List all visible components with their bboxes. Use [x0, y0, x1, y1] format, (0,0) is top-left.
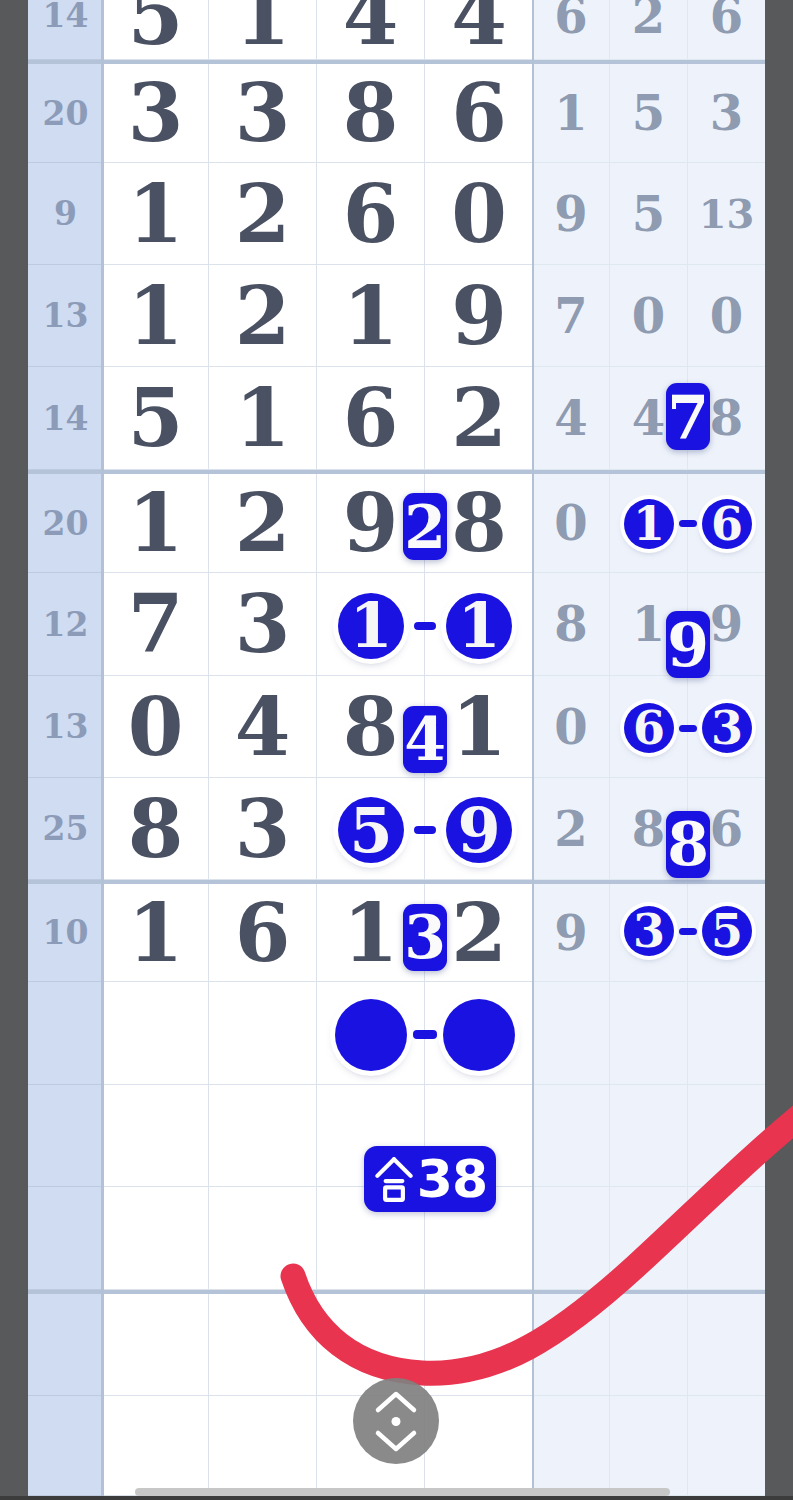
row-label	[28, 1294, 103, 1396]
cell-right	[533, 1085, 610, 1187]
highlight-connector	[413, 1030, 437, 1039]
cell-right	[533, 982, 610, 1085]
row-label: 12	[28, 573, 103, 676]
highlight-connector	[414, 826, 436, 834]
cell-main	[103, 1396, 209, 1496]
highlight-square: 4	[403, 706, 447, 773]
cell-right	[610, 982, 688, 1085]
row-label: 9	[28, 163, 103, 265]
cell-right: 2	[610, 0, 688, 60]
section-divider	[532, 0, 535, 1496]
cell-right	[610, 1187, 688, 1290]
row-label: 20	[28, 474, 103, 573]
highlight-circle: 1	[338, 593, 404, 659]
cell-right: 0	[610, 265, 688, 367]
cell-main: 6	[317, 163, 425, 265]
horizontal-scrollbar-thumb[interactable]	[135, 1488, 670, 1496]
cell-right	[688, 1396, 765, 1496]
cell-main	[209, 982, 317, 1085]
row-label	[28, 982, 103, 1085]
cell-right: 4	[533, 367, 610, 470]
cell-main: 7	[103, 573, 209, 676]
highlight-connector	[679, 725, 697, 732]
highlight-circle: 6	[702, 499, 752, 549]
cell-main	[103, 1085, 209, 1187]
right-dark-strip	[765, 0, 793, 1500]
cell-main: 3	[209, 778, 317, 880]
cell-main: 8	[103, 778, 209, 880]
cell-right: 0	[533, 474, 610, 573]
group-divider	[28, 60, 765, 64]
row-label: 13	[28, 265, 103, 367]
cell-right: 7	[533, 265, 610, 367]
cell-main: 1	[209, 367, 317, 470]
highlight-dot	[335, 999, 407, 1071]
cell-right: 0	[533, 676, 610, 778]
cell-main: 8	[317, 64, 425, 163]
cell-right	[688, 1085, 765, 1187]
cell-main	[425, 1396, 533, 1496]
lottery-chart-screen: 1451446262033861539126095131312197001451…	[0, 0, 793, 1500]
cell-main: 0	[425, 163, 533, 265]
cell-right	[610, 1294, 688, 1396]
highlight-circle: 5	[338, 797, 404, 863]
cell-main	[209, 1294, 317, 1396]
cell-main: 6	[209, 884, 317, 982]
highlight-connector	[679, 520, 697, 527]
cell-main: 4	[209, 676, 317, 778]
row-label: 14	[28, 0, 103, 60]
cell-main: 4	[317, 0, 425, 60]
cell-right: 9	[533, 163, 610, 265]
cell-main: 0	[103, 676, 209, 778]
cell-main: 6	[317, 367, 425, 470]
scroll-toggle-button[interactable]	[353, 1378, 439, 1464]
cell-main: 3	[209, 64, 317, 163]
highlight-square: 2	[403, 493, 447, 560]
cell-right: 9	[533, 884, 610, 982]
highlight-square: 7	[666, 383, 710, 450]
cell-right: 3	[688, 64, 765, 163]
group-divider	[28, 880, 765, 884]
highlight-square: 3	[403, 904, 447, 971]
cell-main: 3	[103, 64, 209, 163]
cell-main	[103, 1294, 209, 1396]
cell-right: 0	[688, 265, 765, 367]
cell-main: 1	[317, 265, 425, 367]
highlight-circle: 5	[702, 906, 752, 956]
highlight-circle: 1	[446, 593, 512, 659]
highlight-circle: 1	[624, 499, 674, 549]
highlight-circle: 6	[624, 703, 674, 753]
cell-main	[209, 1085, 317, 1187]
cell-main	[209, 1396, 317, 1496]
cell-right: 13	[688, 163, 765, 265]
cell-main: 9	[425, 265, 533, 367]
cell-main: 5	[103, 367, 209, 470]
highlight-connector	[414, 622, 436, 630]
left-dark-strip	[0, 0, 28, 1500]
cell-main: 4	[425, 0, 533, 60]
cell-right	[533, 1396, 610, 1496]
cell-main	[425, 1294, 533, 1396]
cell-right: 2	[533, 778, 610, 880]
row-label: 13	[28, 676, 103, 778]
cell-main: 1	[103, 265, 209, 367]
cell-right	[533, 1187, 610, 1290]
group-divider	[28, 470, 765, 474]
cell-right: 1	[533, 64, 610, 163]
row-label	[28, 1085, 103, 1187]
highlight-circle: 3	[624, 906, 674, 956]
row-label	[28, 1396, 103, 1496]
cell-main: 5	[103, 0, 209, 60]
cell-right: 5	[610, 64, 688, 163]
row-label: 20	[28, 64, 103, 163]
highlight-square: 8	[666, 811, 710, 878]
section-divider	[101, 0, 104, 1496]
cell-right	[610, 1085, 688, 1187]
cell-right: 6	[688, 0, 765, 60]
cell-main: 2	[209, 474, 317, 573]
row-label: 10	[28, 884, 103, 982]
cell-main: 2	[425, 367, 533, 470]
highlight-circle: 3	[702, 703, 752, 753]
highlight-square: 9	[666, 611, 710, 678]
cell-main: 6	[425, 64, 533, 163]
cell-right	[533, 1294, 610, 1396]
cell-main: 1	[103, 163, 209, 265]
cell-main	[103, 982, 209, 1085]
cell-right: 6	[533, 0, 610, 60]
cell-main	[209, 1187, 317, 1290]
cell-right	[688, 1294, 765, 1396]
cell-main: 1	[103, 474, 209, 573]
kanji-go-icon	[373, 1155, 415, 1203]
highlight-connector	[679, 928, 697, 935]
row-label: 25	[28, 778, 103, 880]
highlight-circle: 9	[446, 797, 512, 863]
cell-main: 2	[209, 265, 317, 367]
sum-value: 38	[417, 1149, 487, 1209]
sum-badge: 38	[364, 1146, 496, 1212]
cell-main	[103, 1187, 209, 1290]
cell-main: 3	[209, 573, 317, 676]
group-divider	[28, 1290, 765, 1294]
row-label	[28, 1187, 103, 1290]
highlight-dot	[443, 999, 515, 1071]
cell-right	[688, 982, 765, 1085]
cell-main: 2	[209, 163, 317, 265]
chevron-up-down-icon	[353, 1378, 439, 1464]
cell-right: 5	[610, 163, 688, 265]
cell-right	[688, 1187, 765, 1290]
bottom-dark-strip	[0, 1496, 793, 1500]
row-label: 14	[28, 367, 103, 470]
cell-right	[610, 1396, 688, 1496]
cell-main: 1	[103, 884, 209, 982]
cell-main: 1	[209, 0, 317, 60]
cell-right: 8	[533, 573, 610, 676]
